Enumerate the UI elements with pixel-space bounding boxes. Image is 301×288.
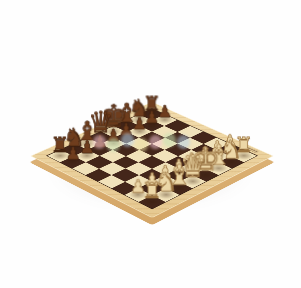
product-photo-chess-set: ♜♞♟♝♟♚♟♛♟♝♟♞♟♟♜♟♟♜♟♟♞♟♝♟♚♟♛♟♝♟♞♜ bbox=[0, 0, 301, 288]
scene-3d: ♜♞♟♝♟♚♟♛♟♝♟♞♟♟♜♟♟♜♟♟♞♟♝♟♚♟♛♟♝♟♞♜ bbox=[0, 0, 301, 288]
chess-board: ♜♞♟♝♟♚♟♛♟♝♟♞♟♟♜♟♟♜♟♟♞♟♝♟♚♟♛♟♝♟♞♜ bbox=[30, 102, 273, 218]
